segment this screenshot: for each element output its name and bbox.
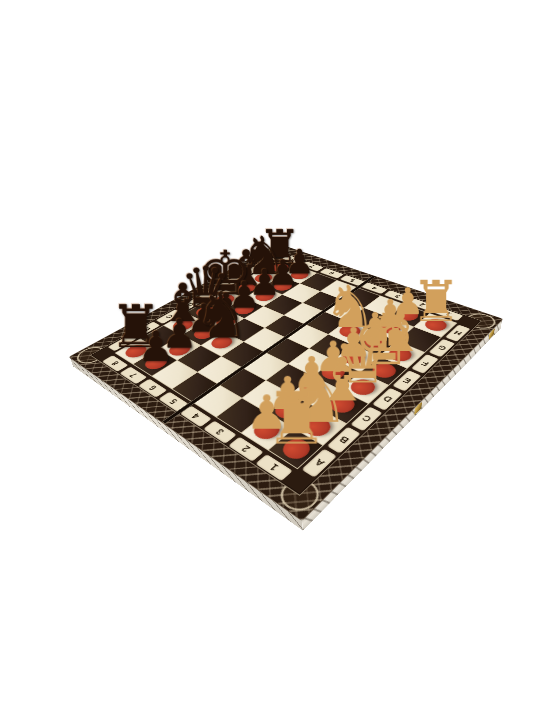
brass-latch-icon bbox=[489, 328, 495, 339]
product-photo-page: { "game": "chess", "description": "Hand-… bbox=[0, 0, 540, 720]
chess-board: ♜♝♛♚♝♞♜♟♟♟♟♟♟♟♟♞♞♟♟♟♟♟♟♟♟♜♞♝♛♚♝♜ AABBCCD… bbox=[68, 243, 503, 521]
piece-white-rook-a1: ♜ bbox=[264, 383, 328, 455]
piece-black-knight-c6: ♞ bbox=[194, 285, 250, 347]
piece-black-pawn-a7: ♟ bbox=[138, 326, 175, 367]
